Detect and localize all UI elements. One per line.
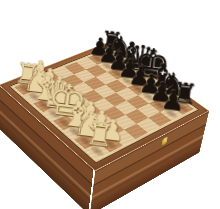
scene-perspective: ♜♞♝♛♚♝♞♜♟♟♟♟♟♟♟♟♟♟♟♟♟♟♟♟♜♞♝♛♚♝♞♜ [20, 14, 187, 181]
chess-set-photo: ♜♞♝♛♚♝♞♜♟♟♟♟♟♟♟♟♟♟♟♟♟♟♟♟♜♞♝♛♚♝♞♜ [0, 0, 220, 209]
brass-latch-icon [161, 136, 168, 146]
chess-box: ♜♞♝♛♚♝♞♜♟♟♟♟♟♟♟♟♟♟♟♟♟♟♟♟♜♞♝♛♚♝♞♜ [0, 41, 209, 171]
piece-white-rook-h1[interactable]: ♜ [73, 117, 125, 154]
piece-black-pawn-h7[interactable]: ♟ [149, 84, 196, 116]
